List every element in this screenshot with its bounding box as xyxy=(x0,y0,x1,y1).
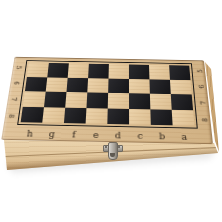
board-square xyxy=(171,94,193,110)
file-label: e xyxy=(85,128,108,142)
box-lid-chessboard: 5678 5678 hgfedcba xyxy=(1,57,213,144)
board-square xyxy=(65,92,87,108)
board-square xyxy=(27,63,49,77)
board-grid xyxy=(21,63,195,126)
clasp-screw xyxy=(118,146,120,148)
board-square xyxy=(149,79,170,94)
board-square xyxy=(129,64,149,78)
file-label: d xyxy=(107,129,129,143)
board-square xyxy=(129,79,150,94)
board-square xyxy=(172,109,195,125)
board-square xyxy=(25,77,47,92)
clasp-hasp xyxy=(108,142,118,160)
board-square xyxy=(21,106,44,122)
board-square xyxy=(88,64,109,78)
product-photo: 5678 5678 hgfedcba xyxy=(0,0,222,222)
board-square xyxy=(170,79,192,94)
file-label: g xyxy=(40,127,63,141)
board-square xyxy=(66,77,88,92)
board-square xyxy=(108,78,129,93)
board-square xyxy=(169,65,190,80)
file-label: h xyxy=(18,127,42,141)
board-square xyxy=(64,107,87,123)
board-square xyxy=(109,64,129,78)
board-square xyxy=(107,108,129,124)
file-label: a xyxy=(173,130,196,144)
board-square xyxy=(149,65,170,79)
board-square xyxy=(150,109,172,125)
board-square xyxy=(129,109,151,125)
board-square xyxy=(129,93,150,109)
board-square xyxy=(150,94,172,110)
clasp-screw xyxy=(105,146,107,148)
board-square xyxy=(23,91,46,107)
board-square xyxy=(44,92,66,108)
board-square xyxy=(87,78,108,93)
board-square xyxy=(108,93,129,109)
file-label: f xyxy=(62,128,85,142)
board-square xyxy=(86,92,108,108)
board-square xyxy=(42,107,65,123)
board-square xyxy=(46,77,68,92)
file-label: b xyxy=(151,130,174,144)
board-square xyxy=(47,63,69,77)
board-square xyxy=(68,63,89,77)
file-label: c xyxy=(129,129,151,143)
board-frame xyxy=(17,60,198,128)
board-square xyxy=(86,108,108,124)
clasp-hook xyxy=(110,153,115,157)
